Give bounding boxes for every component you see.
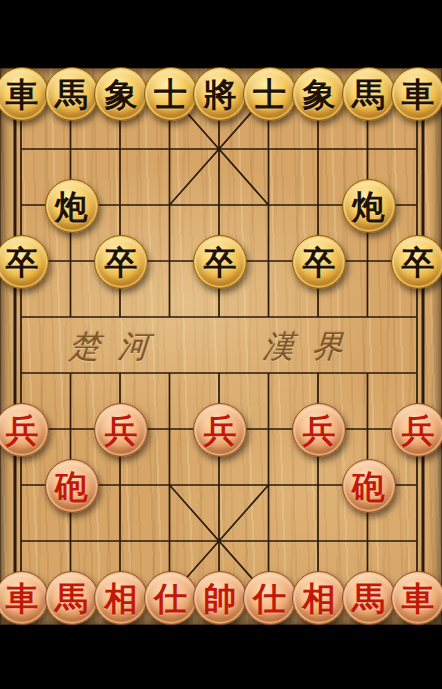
bottom-black-bar: [0, 625, 442, 689]
piece-glyph-horse: 馬: [352, 582, 385, 615]
piece-black-soldier[interactable]: 卒: [391, 235, 442, 289]
piece-glyph-soldier: 卒: [6, 246, 39, 279]
piece-glyph-soldier: 兵: [105, 414, 138, 447]
piece-red-soldier[interactable]: 兵: [391, 403, 442, 457]
piece-glyph-soldier: 卒: [303, 246, 336, 279]
piece-black-general[interactable]: 將: [193, 67, 247, 121]
piece-glyph-soldier: 兵: [402, 414, 435, 447]
piece-glyph-soldier: 卒: [402, 246, 435, 279]
piece-black-cannon[interactable]: 炮: [45, 179, 99, 233]
piece-black-chariot[interactable]: 車: [391, 67, 442, 121]
piece-red-horse[interactable]: 馬: [45, 571, 99, 625]
piece-red-cannon[interactable]: 砲: [45, 459, 99, 513]
piece-glyph-advisor: 士: [154, 78, 187, 111]
piece-glyph-cannon: 炮: [55, 190, 88, 223]
piece-black-soldier[interactable]: 卒: [193, 235, 247, 289]
piece-glyph-elephant: 象: [105, 78, 138, 111]
piece-red-cannon[interactable]: 砲: [342, 459, 396, 513]
piece-glyph-horse: 馬: [55, 582, 88, 615]
piece-red-horse[interactable]: 馬: [342, 571, 396, 625]
piece-glyph-soldier: 兵: [6, 414, 39, 447]
piece-red-soldier[interactable]: 兵: [292, 403, 346, 457]
piece-glyph-elephant: 象: [303, 78, 336, 111]
piece-red-soldier[interactable]: 兵: [94, 403, 148, 457]
piece-glyph-chariot: 車: [6, 78, 39, 111]
piece-glyph-elephant: 相: [303, 582, 336, 615]
river-label-chu-he: 楚河: [63, 326, 174, 366]
piece-glyph-advisor: 士: [253, 78, 286, 111]
piece-black-advisor[interactable]: 士: [243, 67, 297, 121]
piece-black-horse[interactable]: 馬: [342, 67, 396, 121]
piece-red-general[interactable]: 帥: [193, 571, 247, 625]
piece-black-soldier[interactable]: 卒: [94, 235, 148, 289]
piece-glyph-soldier: 卒: [105, 246, 138, 279]
piece-glyph-general: 帥: [204, 582, 237, 615]
piece-glyph-chariot: 車: [402, 582, 435, 615]
piece-glyph-horse: 馬: [55, 78, 88, 111]
piece-glyph-advisor: 仕: [154, 582, 187, 615]
piece-glyph-chariot: 車: [6, 582, 39, 615]
piece-red-elephant[interactable]: 相: [94, 571, 148, 625]
piece-black-horse[interactable]: 馬: [45, 67, 99, 121]
piece-red-soldier[interactable]: 兵: [193, 403, 247, 457]
piece-glyph-soldier: 兵: [303, 414, 336, 447]
piece-glyph-elephant: 相: [105, 582, 138, 615]
piece-glyph-chariot: 車: [402, 78, 435, 111]
piece-glyph-cannon: 炮: [352, 190, 385, 223]
piece-red-advisor[interactable]: 仕: [144, 571, 198, 625]
piece-glyph-cannon: 砲: [352, 470, 385, 503]
river-label-han-jie: 漢界: [257, 326, 368, 366]
xiangqi-board: 楚河 漢界 車馬象士將士象馬車炮炮卒卒卒卒卒兵兵兵兵兵砲砲車馬相仕帥仕相馬車: [0, 68, 442, 625]
piece-red-chariot[interactable]: 車: [391, 571, 442, 625]
piece-glyph-general: 將: [204, 78, 237, 111]
piece-glyph-soldier: 卒: [204, 246, 237, 279]
piece-glyph-soldier: 兵: [204, 414, 237, 447]
app-screen: 楚河 漢界 車馬象士將士象馬車炮炮卒卒卒卒卒兵兵兵兵兵砲砲車馬相仕帥仕相馬車: [0, 0, 442, 689]
piece-red-elephant[interactable]: 相: [292, 571, 346, 625]
piece-glyph-cannon: 砲: [55, 470, 88, 503]
piece-black-advisor[interactable]: 士: [144, 67, 198, 121]
piece-red-advisor[interactable]: 仕: [243, 571, 297, 625]
piece-black-elephant[interactable]: 象: [94, 67, 148, 121]
piece-glyph-advisor: 仕: [253, 582, 286, 615]
piece-glyph-horse: 馬: [352, 78, 385, 111]
piece-black-elephant[interactable]: 象: [292, 67, 346, 121]
piece-black-soldier[interactable]: 卒: [292, 235, 346, 289]
top-black-bar: [0, 0, 442, 68]
piece-black-cannon[interactable]: 炮: [342, 179, 396, 233]
